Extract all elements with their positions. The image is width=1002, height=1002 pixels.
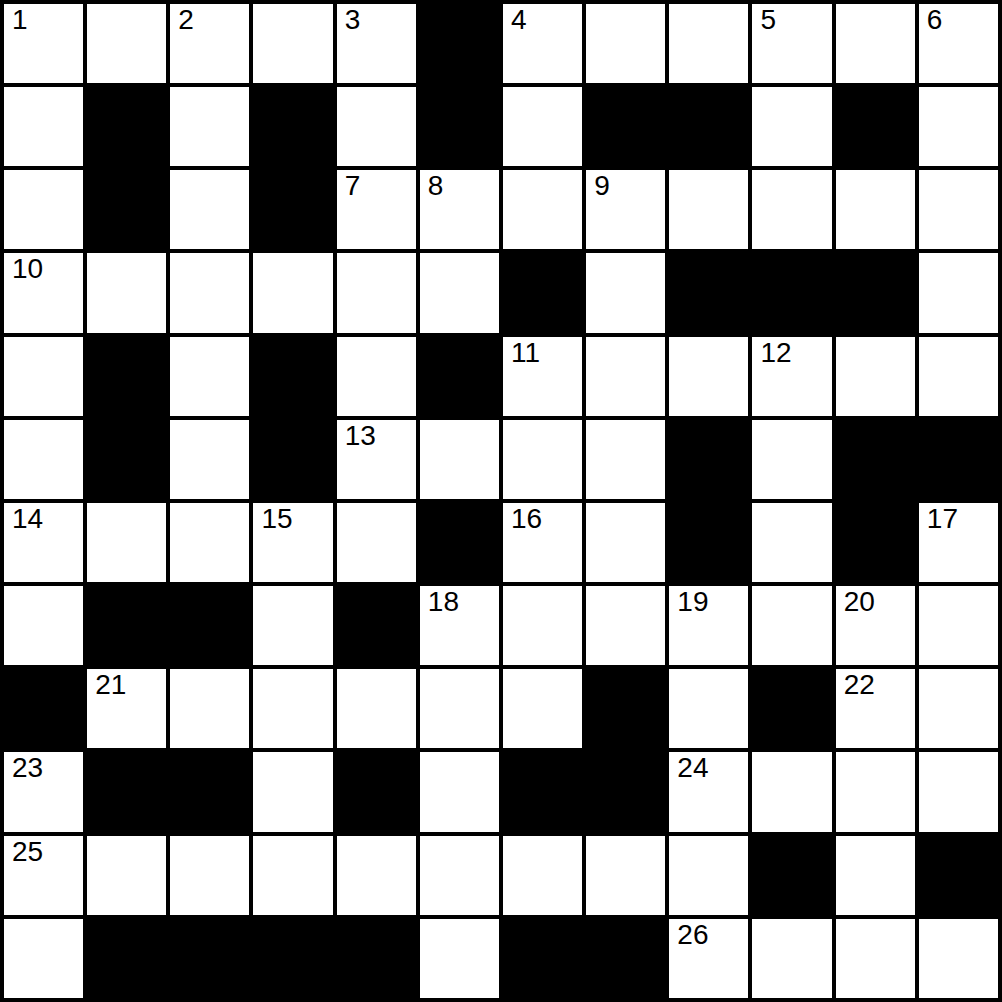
cell-r8-c6[interactable]: 18: [420, 586, 499, 665]
clue-number: 20: [844, 587, 875, 618]
cell-r3-c12[interactable]: [919, 170, 998, 249]
cell-r10-c11[interactable]: [836, 752, 915, 831]
cell-r6-c3[interactable]: [170, 420, 249, 499]
cell-r11-c7[interactable]: [503, 836, 582, 915]
clue-number: 7: [345, 171, 361, 202]
block-cell-r9-c10: [752, 669, 831, 748]
cell-r5-c12[interactable]: [919, 337, 998, 416]
block-cell-r5-c4: [253, 337, 332, 416]
cell-r1-c9[interactable]: [669, 4, 748, 83]
cell-r8-c10[interactable]: [752, 586, 831, 665]
cell-r1-c7[interactable]: 4: [503, 4, 582, 83]
cell-r5-c8[interactable]: [586, 337, 665, 416]
cell-r2-c3[interactable]: [170, 87, 249, 166]
cell-r12-c11[interactable]: [836, 919, 915, 998]
clue-number: 19: [677, 587, 708, 618]
clue-number: 2: [178, 5, 194, 36]
block-cell-r4-c10: [752, 253, 831, 332]
clue-number: 16: [511, 504, 542, 535]
cell-r10-c4[interactable]: [253, 752, 332, 831]
cell-r2-c10[interactable]: [752, 87, 831, 166]
cell-r5-c9[interactable]: [669, 337, 748, 416]
cell-r8-c4[interactable]: [253, 586, 332, 665]
block-cell-r12-c8: [586, 919, 665, 998]
block-cell-r11-c12: [919, 836, 998, 915]
block-cell-r7-c6: [420, 503, 499, 582]
clue-number: 17: [927, 504, 958, 535]
cell-r11-c3[interactable]: [170, 836, 249, 915]
cell-r1-c12[interactable]: 6: [919, 4, 998, 83]
block-cell-r12-c5: [337, 919, 416, 998]
block-cell-r6-c9: [669, 420, 748, 499]
cell-r12-c12[interactable]: [919, 919, 998, 998]
block-cell-r12-c4: [253, 919, 332, 998]
cell-r11-c2[interactable]: [87, 836, 166, 915]
cell-r4-c3[interactable]: [170, 253, 249, 332]
block-cell-r4-c9: [669, 253, 748, 332]
cell-r5-c10[interactable]: 12: [752, 337, 831, 416]
cell-r2-c5[interactable]: [337, 87, 416, 166]
block-cell-r2-c11: [836, 87, 915, 166]
cell-r4-c8[interactable]: [586, 253, 665, 332]
cell-r9-c7[interactable]: [503, 669, 582, 748]
clue-number: 22: [844, 670, 875, 701]
cell-r6-c1[interactable]: [4, 420, 83, 499]
cell-r4-c12[interactable]: [919, 253, 998, 332]
cell-r4-c4[interactable]: [253, 253, 332, 332]
cell-r8-c7[interactable]: [503, 586, 582, 665]
block-cell-r9-c8: [586, 669, 665, 748]
block-cell-r10-c2: [87, 752, 166, 831]
cell-r5-c5[interactable]: [337, 337, 416, 416]
block-cell-r7-c11: [836, 503, 915, 582]
cell-r3-c1[interactable]: [4, 170, 83, 249]
block-cell-r12-c2: [87, 919, 166, 998]
cell-r2-c1[interactable]: [4, 87, 83, 166]
cell-r1-c4[interactable]: [253, 4, 332, 83]
clue-number: 1: [12, 5, 28, 36]
cell-r3-c9[interactable]: [669, 170, 748, 249]
clue-number: 25: [12, 837, 43, 868]
cell-r4-c1[interactable]: 10: [4, 253, 83, 332]
cell-r5-c11[interactable]: [836, 337, 915, 416]
block-cell-r12-c3: [170, 919, 249, 998]
cell-r4-c6[interactable]: [420, 253, 499, 332]
clue-number: 11: [511, 338, 540, 369]
cell-r12-c10[interactable]: [752, 919, 831, 998]
block-cell-r5-c6: [420, 337, 499, 416]
cell-r9-c6[interactable]: [420, 669, 499, 748]
cell-r11-c5[interactable]: [337, 836, 416, 915]
clue-number: 26: [677, 920, 708, 951]
cell-r4-c2[interactable]: [87, 253, 166, 332]
cell-r12-c6[interactable]: [420, 919, 499, 998]
clue-number: 21: [95, 670, 126, 701]
cell-r12-c1[interactable]: [4, 919, 83, 998]
cell-r1-c8[interactable]: [586, 4, 665, 83]
cell-r3-c6[interactable]: 8: [420, 170, 499, 249]
block-cell-r2-c6: [420, 87, 499, 166]
block-cell-r6-c4: [253, 420, 332, 499]
cell-r9-c11[interactable]: 22: [836, 669, 915, 748]
cell-r11-c8[interactable]: [586, 836, 665, 915]
cell-r6-c5[interactable]: 13: [337, 420, 416, 499]
cell-r8-c12[interactable]: [919, 586, 998, 665]
cell-r1-c11[interactable]: [836, 4, 915, 83]
cell-r5-c3[interactable]: [170, 337, 249, 416]
block-cell-r10-c7: [503, 752, 582, 831]
block-cell-r3-c2: [87, 170, 166, 249]
cell-r11-c9[interactable]: [669, 836, 748, 915]
cell-r2-c7[interactable]: [503, 87, 582, 166]
cell-r9-c9[interactable]: [669, 669, 748, 748]
block-cell-r11-c10: [752, 836, 831, 915]
cell-r11-c1[interactable]: 25: [4, 836, 83, 915]
cell-r3-c7[interactable]: [503, 170, 582, 249]
block-cell-r6-c11: [836, 420, 915, 499]
cell-r8-c8[interactable]: [586, 586, 665, 665]
cell-r10-c6[interactable]: [420, 752, 499, 831]
clue-number: 3: [345, 5, 361, 36]
clue-number: 6: [927, 5, 943, 36]
block-cell-r2-c9: [669, 87, 748, 166]
clue-number: 9: [594, 171, 610, 202]
cell-r8-c1[interactable]: [4, 586, 83, 665]
cell-r7-c8[interactable]: [586, 503, 665, 582]
cell-r4-c5[interactable]: [337, 253, 416, 332]
block-cell-r4-c11: [836, 253, 915, 332]
clue-number: 14: [12, 504, 43, 535]
clue-number: 23: [12, 753, 43, 784]
cell-r3-c8[interactable]: 9: [586, 170, 665, 249]
block-cell-r9-c1: [4, 669, 83, 748]
cell-r10-c12[interactable]: [919, 752, 998, 831]
cell-r5-c1[interactable]: [4, 337, 83, 416]
cell-r7-c4[interactable]: 15: [253, 503, 332, 582]
cell-r9-c12[interactable]: [919, 669, 998, 748]
cell-r12-c9[interactable]: 26: [669, 919, 748, 998]
cell-r6-c8[interactable]: [586, 420, 665, 499]
block-cell-r8-c2: [87, 586, 166, 665]
cell-r6-c10[interactable]: [752, 420, 831, 499]
cell-r7-c3[interactable]: [170, 503, 249, 582]
block-cell-r10-c5: [337, 752, 416, 831]
clue-number: 15: [261, 504, 292, 535]
block-cell-r7-c9: [669, 503, 748, 582]
clue-number: 12: [760, 338, 791, 369]
cell-r11-c6[interactable]: [420, 836, 499, 915]
cell-r7-c10[interactable]: [752, 503, 831, 582]
cell-r7-c2[interactable]: [87, 503, 166, 582]
clue-number: 10: [12, 254, 43, 285]
clue-number: 8: [428, 171, 444, 202]
block-cell-r6-c12: [919, 420, 998, 499]
cell-r10-c1[interactable]: 23: [4, 752, 83, 831]
cell-r7-c7[interactable]: 16: [503, 503, 582, 582]
block-cell-r12-c7: [503, 919, 582, 998]
clue-number: 4: [511, 5, 527, 36]
cell-r7-c12[interactable]: 17: [919, 503, 998, 582]
clue-number: 24: [677, 753, 708, 784]
block-cell-r2-c4: [253, 87, 332, 166]
crossword-grid: 1234567891011121314151617181920212223242…: [0, 0, 1002, 1002]
cell-r9-c2[interactable]: 21: [87, 669, 166, 748]
cell-r1-c1[interactable]: 1: [4, 4, 83, 83]
cell-r5-c7[interactable]: 11: [503, 337, 582, 416]
cell-r2-c12[interactable]: [919, 87, 998, 166]
clue-number: 18: [428, 587, 459, 618]
clue-number: 13: [345, 421, 376, 452]
block-cell-r8-c3: [170, 586, 249, 665]
clue-number: 5: [760, 5, 776, 36]
cell-r10-c10[interactable]: [752, 752, 831, 831]
cell-r1-c2[interactable]: [87, 4, 166, 83]
block-cell-r10-c3: [170, 752, 249, 831]
cell-r8-c9[interactable]: 19: [669, 586, 748, 665]
cell-r6-c7[interactable]: [503, 420, 582, 499]
cell-r1-c3[interactable]: 2: [170, 4, 249, 83]
block-cell-r10-c8: [586, 752, 665, 831]
cell-r11-c4[interactable]: [253, 836, 332, 915]
block-cell-r4-c7: [503, 253, 582, 332]
cell-r11-c11[interactable]: [836, 836, 915, 915]
block-cell-r8-c5: [337, 586, 416, 665]
cell-r8-c11[interactable]: 20: [836, 586, 915, 665]
cell-r10-c9[interactable]: 24: [669, 752, 748, 831]
block-cell-r2-c8: [586, 87, 665, 166]
cell-r9-c4[interactable]: [253, 669, 332, 748]
cell-r7-c1[interactable]: 14: [4, 503, 83, 582]
block-cell-r2-c2: [87, 87, 166, 166]
block-cell-r6-c2: [87, 420, 166, 499]
cell-r3-c5[interactable]: 7: [337, 170, 416, 249]
cell-r7-c5[interactable]: [337, 503, 416, 582]
cell-r3-c10[interactable]: [752, 170, 831, 249]
cell-r3-c3[interactable]: [170, 170, 249, 249]
cell-r3-c11[interactable]: [836, 170, 915, 249]
block-cell-r1-c6: [420, 4, 499, 83]
cell-r1-c10[interactable]: 5: [752, 4, 831, 83]
cell-r6-c6[interactable]: [420, 420, 499, 499]
cell-r9-c5[interactable]: [337, 669, 416, 748]
block-cell-r5-c2: [87, 337, 166, 416]
block-cell-r3-c4: [253, 170, 332, 249]
cell-r1-c5[interactable]: 3: [337, 4, 416, 83]
cell-r9-c3[interactable]: [170, 669, 249, 748]
